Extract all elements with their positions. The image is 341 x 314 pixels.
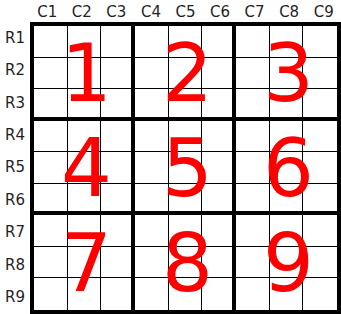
- column-label-c2: C2: [65, 0, 100, 22]
- cell-r8c1[interactable]: [34, 247, 68, 279]
- cell-r5c1[interactable]: [34, 152, 68, 184]
- sudoku-coordinate-diagram: C1C2C3C4C5C6C7C8C9 R1R2R3R4R5R6R7R8R9 12…: [0, 0, 341, 314]
- cell-r9c3[interactable]: [101, 278, 135, 310]
- cell-r8c9[interactable]: [303, 247, 337, 279]
- cell-r7c9[interactable]: [303, 215, 337, 247]
- cell-r5c8[interactable]: [270, 152, 304, 184]
- cell-r9c9[interactable]: [303, 278, 337, 310]
- row-labels: R1R2R3R4R5R6R7R8R9: [0, 22, 30, 314]
- cell-r7c5[interactable]: [169, 215, 203, 247]
- cell-r3c6[interactable]: [202, 89, 236, 121]
- cell-r4c2[interactable]: [68, 121, 102, 153]
- cell-r6c3[interactable]: [101, 184, 135, 216]
- cell-r4c4[interactable]: [135, 121, 169, 153]
- cell-r4c6[interactable]: [202, 121, 236, 153]
- cell-r3c2[interactable]: [68, 89, 102, 121]
- cell-r2c5[interactable]: [169, 58, 203, 90]
- cell-r3c7[interactable]: [236, 89, 270, 121]
- cell-r1c4[interactable]: [135, 26, 169, 58]
- cell-r7c3[interactable]: [101, 215, 135, 247]
- cell-r9c2[interactable]: [68, 278, 102, 310]
- cell-r6c1[interactable]: [34, 184, 68, 216]
- cell-r7c2[interactable]: [68, 215, 102, 247]
- column-label-c6: C6: [203, 0, 238, 22]
- cell-r9c4[interactable]: [135, 278, 169, 310]
- cell-r2c8[interactable]: [270, 58, 304, 90]
- cell-r4c9[interactable]: [303, 121, 337, 153]
- row-label-r2: R2: [0, 54, 30, 86]
- cell-r2c9[interactable]: [303, 58, 337, 90]
- cell-r2c7[interactable]: [236, 58, 270, 90]
- column-label-c4: C4: [134, 0, 169, 22]
- row-label-r3: R3: [0, 87, 30, 119]
- cell-r4c7[interactable]: [236, 121, 270, 153]
- cell-r3c1[interactable]: [34, 89, 68, 121]
- row-label-r9: R9: [0, 282, 30, 314]
- cell-r9c5[interactable]: [169, 278, 203, 310]
- cell-r2c4[interactable]: [135, 58, 169, 90]
- cell-r7c4[interactable]: [135, 215, 169, 247]
- cell-r5c6[interactable]: [202, 152, 236, 184]
- row-label-r7: R7: [0, 217, 30, 249]
- cell-r6c4[interactable]: [135, 184, 169, 216]
- cell-r2c2[interactable]: [68, 58, 102, 90]
- row-label-r1: R1: [0, 22, 30, 54]
- column-label-c9: C9: [306, 0, 341, 22]
- cell-r9c6[interactable]: [202, 278, 236, 310]
- cell-r2c3[interactable]: [101, 58, 135, 90]
- column-label-c7: C7: [237, 0, 272, 22]
- cell-r4c1[interactable]: [34, 121, 68, 153]
- row-label-r4: R4: [0, 119, 30, 151]
- cell-r3c9[interactable]: [303, 89, 337, 121]
- corner-spacer: [0, 0, 30, 22]
- cell-r6c9[interactable]: [303, 184, 337, 216]
- row-label-r8: R8: [0, 249, 30, 281]
- cell-r6c2[interactable]: [68, 184, 102, 216]
- sudoku-board: 123456789: [30, 22, 341, 314]
- cell-r3c4[interactable]: [135, 89, 169, 121]
- cell-r8c2[interactable]: [68, 247, 102, 279]
- cell-r7c6[interactable]: [202, 215, 236, 247]
- cell-r1c9[interactable]: [303, 26, 337, 58]
- cell-r1c2[interactable]: [68, 26, 102, 58]
- cell-r2c1[interactable]: [34, 58, 68, 90]
- cell-r1c5[interactable]: [169, 26, 203, 58]
- cell-r7c1[interactable]: [34, 215, 68, 247]
- cell-r8c7[interactable]: [236, 247, 270, 279]
- cell-r8c6[interactable]: [202, 247, 236, 279]
- cell-r5c5[interactable]: [169, 152, 203, 184]
- cell-r5c3[interactable]: [101, 152, 135, 184]
- row-label-r5: R5: [0, 152, 30, 184]
- column-label-c1: C1: [30, 0, 65, 22]
- cell-r2c6[interactable]: [202, 58, 236, 90]
- cell-r5c4[interactable]: [135, 152, 169, 184]
- cell-r8c8[interactable]: [270, 247, 304, 279]
- cell-r5c2[interactable]: [68, 152, 102, 184]
- cell-r6c5[interactable]: [169, 184, 203, 216]
- cell-r1c7[interactable]: [236, 26, 270, 58]
- cell-r7c8[interactable]: [270, 215, 304, 247]
- cell-r1c1[interactable]: [34, 26, 68, 58]
- cell-r4c3[interactable]: [101, 121, 135, 153]
- cell-r9c7[interactable]: [236, 278, 270, 310]
- column-label-c3: C3: [99, 0, 134, 22]
- cell-r5c7[interactable]: [236, 152, 270, 184]
- column-label-c8: C8: [272, 0, 307, 22]
- cell-r4c5[interactable]: [169, 121, 203, 153]
- cell-r8c3[interactable]: [101, 247, 135, 279]
- column-label-c5: C5: [168, 0, 203, 22]
- cell-r3c8[interactable]: [270, 89, 304, 121]
- cell-r4c8[interactable]: [270, 121, 304, 153]
- cell-r6c7[interactable]: [236, 184, 270, 216]
- cell-r1c3[interactable]: [101, 26, 135, 58]
- cell-r6c6[interactable]: [202, 184, 236, 216]
- cell-r9c1[interactable]: [34, 278, 68, 310]
- cell-r3c3[interactable]: [101, 89, 135, 121]
- column-labels: C1C2C3C4C5C6C7C8C9: [30, 0, 341, 22]
- cell-r6c8[interactable]: [270, 184, 304, 216]
- cell-r1c6[interactable]: [202, 26, 236, 58]
- cell-r8c4[interactable]: [135, 247, 169, 279]
- cell-r5c9[interactable]: [303, 152, 337, 184]
- cell-r9c8[interactable]: [270, 278, 304, 310]
- cell-r7c7[interactable]: [236, 215, 270, 247]
- cell-r8c5[interactable]: [169, 247, 203, 279]
- cell-r1c8[interactable]: [270, 26, 304, 58]
- row-label-r6: R6: [0, 184, 30, 216]
- cell-r3c5[interactable]: [169, 89, 203, 121]
